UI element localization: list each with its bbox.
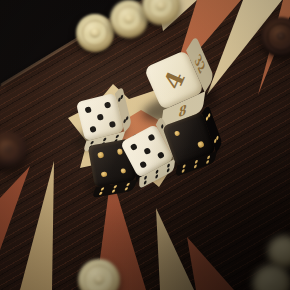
checker-cream-bottom-right-2[interactable] bbox=[253, 265, 290, 290]
backgammon-board-photo: 8 32 4 bbox=[0, 0, 290, 290]
die-white-a[interactable] bbox=[76, 93, 124, 141]
checker-cream-top-1[interactable] bbox=[76, 14, 114, 52]
